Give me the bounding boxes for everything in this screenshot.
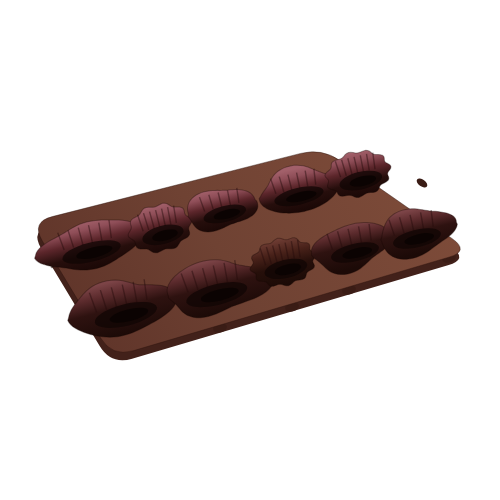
silicone-mold-photo	[0, 0, 500, 500]
mold-foot	[415, 177, 429, 190]
photo-canvas	[0, 0, 500, 500]
